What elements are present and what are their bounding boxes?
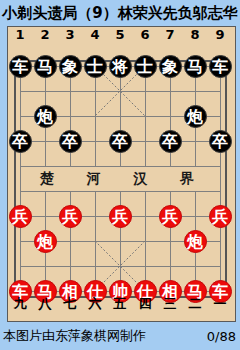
piece-black-r0c6[interactable]: 象 bbox=[159, 55, 182, 78]
piece-black-r2c1[interactable]: 炮 bbox=[34, 105, 57, 128]
file-label: 五 bbox=[108, 297, 133, 311]
file-label: 一 bbox=[208, 297, 233, 311]
file-label: 1 bbox=[8, 28, 33, 42]
piece-red-r6c8[interactable]: 兵 bbox=[209, 205, 232, 228]
xiangqi-board: 1 2 3 4 5 6 7 8 9 楚 河 汉 界 车马象士将士象马车炮炮卒卒卒… bbox=[7, 26, 236, 322]
move-counter: 0/88 bbox=[207, 329, 236, 344]
piece-red-r6c4[interactable]: 兵 bbox=[109, 205, 132, 228]
piece-red-r6c6[interactable]: 兵 bbox=[159, 205, 182, 228]
piece-black-r2c7[interactable]: 炮 bbox=[184, 105, 207, 128]
piece-black-r3c0[interactable]: 卒 bbox=[9, 130, 32, 153]
file-label: 5 bbox=[108, 28, 133, 42]
file-label: 九 bbox=[8, 297, 33, 311]
piece-black-r3c6[interactable]: 卒 bbox=[159, 130, 182, 153]
pieces-grid: 车马象士将士象马车炮炮卒卒卒卒卒兵兵兵兵兵炮炮车马相仕帅仕相马车 bbox=[8, 54, 233, 304]
top-file-labels: 1 2 3 4 5 6 7 8 9 bbox=[8, 28, 233, 42]
file-label: 8 bbox=[183, 28, 208, 42]
piece-black-r3c8[interactable]: 卒 bbox=[209, 130, 232, 153]
piece-black-r0c2[interactable]: 象 bbox=[59, 55, 82, 78]
piece-red-r6c0[interactable]: 兵 bbox=[9, 205, 32, 228]
bottom-file-labels: 九 八 七 六 五 四 三 二 一 bbox=[8, 297, 233, 311]
file-label: 4 bbox=[83, 28, 108, 42]
piece-black-r0c5[interactable]: 士 bbox=[134, 55, 157, 78]
piece-black-r0c0[interactable]: 车 bbox=[9, 55, 32, 78]
piece-black-r0c7[interactable]: 马 bbox=[184, 55, 207, 78]
file-label: 三 bbox=[158, 297, 183, 311]
piece-black-r0c4[interactable]: 将 bbox=[109, 55, 132, 78]
piece-black-r0c1[interactable]: 马 bbox=[34, 55, 57, 78]
page-title: 小剃头遗局（9）林荣兴先负邬志华 bbox=[0, 0, 240, 26]
piece-black-r0c8[interactable]: 车 bbox=[209, 55, 232, 78]
file-label: 八 bbox=[33, 297, 58, 311]
piece-red-r7c1[interactable]: 炮 bbox=[34, 230, 57, 253]
file-label: 6 bbox=[133, 28, 158, 42]
page: 小剃头遗局（9）林荣兴先负邬志华 bbox=[0, 0, 240, 350]
credit-text: 本图片由东萍象棋网制作 bbox=[3, 327, 146, 345]
file-label: 9 bbox=[208, 28, 233, 42]
file-label: 2 bbox=[33, 28, 58, 42]
file-label: 3 bbox=[58, 28, 83, 42]
file-label: 六 bbox=[83, 297, 108, 311]
piece-black-r3c4[interactable]: 卒 bbox=[109, 130, 132, 153]
file-label: 七 bbox=[58, 297, 83, 311]
piece-red-r7c7[interactable]: 炮 bbox=[184, 230, 207, 253]
file-label: 7 bbox=[158, 28, 183, 42]
footer: 本图片由东萍象棋网制作 0/88 bbox=[0, 322, 240, 350]
piece-black-r3c2[interactable]: 卒 bbox=[59, 130, 82, 153]
piece-red-r6c2[interactable]: 兵 bbox=[59, 205, 82, 228]
file-label: 四 bbox=[133, 297, 158, 311]
piece-black-r0c3[interactable]: 士 bbox=[84, 55, 107, 78]
file-label: 二 bbox=[183, 297, 208, 311]
